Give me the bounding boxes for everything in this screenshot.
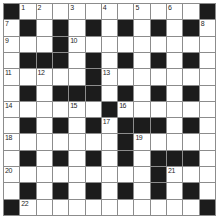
cell-r9c3[interactable]: [37, 134, 52, 149]
cell-r13c10[interactable]: [151, 200, 166, 215]
cell-r11c9[interactable]: [134, 167, 149, 182]
cell-r5c4[interactable]: [53, 69, 68, 84]
block-cell-r6c5: [69, 86, 84, 101]
cell-r13c9[interactable]: [134, 200, 149, 215]
cell-r12c7[interactable]: [102, 183, 117, 198]
cell-r11c5[interactable]: [69, 167, 84, 182]
cell-r1c9[interactable]: 5: [134, 4, 149, 19]
cell-r13c4[interactable]: [53, 200, 68, 215]
cell-r12c5[interactable]: [69, 183, 84, 198]
cell-r9c10[interactable]: [151, 134, 166, 149]
cell-r10c3[interactable]: [37, 151, 52, 166]
cell-r2c9[interactable]: [134, 20, 149, 35]
cell-r5c11[interactable]: [167, 69, 182, 84]
cell-r1c4[interactable]: [53, 4, 68, 19]
block-cell-r1c13: [200, 4, 215, 19]
cell-r1c5[interactable]: 3: [69, 4, 84, 19]
cell-r4c13[interactable]: [200, 53, 215, 68]
cell-r7c11[interactable]: [167, 102, 182, 117]
block-cell-r2c8: [118, 20, 133, 35]
block-cell-r10c4: [53, 151, 68, 166]
cell-r7c3[interactable]: [37, 102, 52, 117]
cell-r1c12[interactable]: [183, 4, 198, 19]
cell-r13c12[interactable]: [183, 200, 198, 215]
cell-r3c3[interactable]: [37, 37, 52, 52]
block-cell-r10c10: [151, 151, 166, 166]
block-cell-r8c4: [53, 118, 68, 133]
cell-r8c5[interactable]: [69, 118, 84, 133]
cell-r7c10[interactable]: [151, 102, 166, 117]
block-cell-r6c10: [151, 86, 166, 101]
cell-r3c11[interactable]: [167, 37, 182, 52]
block-cell-r12c10: [151, 183, 166, 198]
cell-r5c12[interactable]: [183, 69, 198, 84]
cell-r3c1[interactable]: 9: [4, 37, 19, 52]
block-cell-r4c8: [118, 53, 133, 68]
cell-r11c4[interactable]: [53, 167, 68, 182]
block-cell-r13c13: [200, 200, 215, 215]
cell-r7c5[interactable]: 15: [69, 102, 84, 117]
block-cell-r4c4: [53, 53, 68, 68]
cell-r13c8[interactable]: [118, 200, 133, 215]
clue-number-7: 7: [5, 20, 8, 28]
cell-r11c8[interactable]: [118, 167, 133, 182]
cell-r11c12[interactable]: [183, 167, 198, 182]
block-cell-r2c2: [20, 20, 35, 35]
block-cell-r8c6: [86, 118, 101, 133]
block-cell-r7c7: [102, 102, 117, 117]
cell-r3c12[interactable]: [183, 37, 198, 52]
block-cell-r4c3: [37, 53, 52, 68]
block-cell-r4c6: [86, 53, 101, 68]
cell-r9c13[interactable]: [200, 134, 215, 149]
cell-r9c2[interactable]: [20, 134, 35, 149]
block-cell-r12c6: [86, 183, 101, 198]
cell-r1c11[interactable]: 6: [167, 4, 182, 19]
clue-number-6: 6: [168, 4, 171, 12]
clue-number-10: 10: [70, 37, 77, 45]
block-cell-r6c4: [53, 86, 68, 101]
cell-r2c13[interactable]: 8: [200, 20, 215, 35]
block-cell-r2c4: [53, 20, 68, 35]
cell-r12c9[interactable]: [134, 183, 149, 198]
cell-r7c8[interactable]: 16: [118, 102, 133, 117]
cell-r3c8[interactable]: [118, 37, 133, 52]
cell-r5c1[interactable]: 11: [4, 69, 19, 84]
cell-r13c7[interactable]: [102, 200, 117, 215]
cell-r6c11[interactable]: [167, 86, 182, 101]
cell-r11c3[interactable]: [37, 167, 52, 182]
block-cell-r8c12: [183, 118, 198, 133]
cell-r13c3[interactable]: [37, 200, 52, 215]
cell-r8c13[interactable]: [200, 118, 215, 133]
clue-number-14: 14: [5, 102, 12, 110]
cell-r2c11[interactable]: [167, 20, 182, 35]
cell-r7c1[interactable]: 14: [4, 102, 19, 117]
cell-r8c1[interactable]: [4, 118, 19, 133]
cell-r10c9[interactable]: [134, 151, 149, 166]
cell-r6c9[interactable]: [134, 86, 149, 101]
block-cell-r10c2: [20, 151, 35, 166]
cell-r11c2[interactable]: [20, 167, 35, 182]
clue-number-9: 9: [5, 37, 8, 45]
clue-number-3: 3: [70, 4, 73, 12]
cell-r5c8[interactable]: [118, 69, 133, 84]
cell-r12c3[interactable]: [37, 183, 52, 198]
cell-r5c13[interactable]: [200, 69, 215, 84]
clue-number-12: 12: [38, 69, 45, 77]
cell-r2c7[interactable]: [102, 20, 117, 35]
cell-r9c11[interactable]: [167, 134, 182, 149]
cell-r13c5[interactable]: [69, 200, 84, 215]
block-cell-r6c6: [86, 86, 101, 101]
cell-r9c4[interactable]: [53, 134, 68, 149]
cell-r12c13[interactable]: [200, 183, 215, 198]
cell-r7c2[interactable]: [20, 102, 35, 117]
clue-number-4: 4: [103, 4, 106, 12]
cell-r12c1[interactable]: [4, 183, 19, 198]
cell-r2c1[interactable]: 7: [4, 20, 19, 35]
block-cell-r4c10: [151, 53, 166, 68]
cell-r7c9[interactable]: [134, 102, 149, 117]
clue-number-1: 1: [21, 4, 24, 12]
cell-r5c2[interactable]: [20, 69, 35, 84]
cell-r12c11[interactable]: [167, 183, 182, 198]
cell-r5c3[interactable]: 12: [37, 69, 52, 84]
clue-number-11: 11: [5, 69, 11, 77]
block-cell-r2c12: [183, 20, 198, 35]
cell-r4c1[interactable]: [4, 53, 19, 68]
block-cell-r12c2: [20, 183, 35, 198]
block-cell-r12c8: [118, 183, 133, 198]
cell-r9c7[interactable]: [102, 134, 117, 149]
cell-r4c11[interactable]: [167, 53, 182, 68]
block-cell-r10c12: [183, 151, 198, 166]
cell-r5c9[interactable]: [134, 69, 149, 84]
clue-number-2: 2: [38, 4, 41, 12]
cell-r3c6[interactable]: [86, 37, 101, 52]
cell-r11c6[interactable]: [86, 167, 101, 182]
block-cell-r9c8: [118, 134, 133, 149]
cell-r1c10[interactable]: [151, 4, 166, 19]
block-cell-r4c2: [20, 53, 35, 68]
cell-r11c1[interactable]: 20: [4, 167, 19, 182]
cell-r5c7[interactable]: 13: [102, 69, 117, 84]
block-cell-r2c10: [151, 20, 166, 35]
cell-r1c8[interactable]: [118, 4, 133, 19]
block-cell-r8c10: [151, 118, 166, 133]
clue-number-18: 18: [5, 134, 12, 142]
clue-number-8: 8: [201, 20, 204, 28]
cell-r10c7[interactable]: [102, 151, 117, 166]
block-cell-r8c9: [134, 118, 149, 133]
cell-r8c3[interactable]: [37, 118, 52, 133]
cell-r1c7[interactable]: 4: [102, 4, 117, 19]
cell-r3c7[interactable]: [102, 37, 117, 52]
cell-r2c3[interactable]: [37, 20, 52, 35]
cell-r4c5[interactable]: [69, 53, 84, 68]
block-cell-r8c2: [20, 118, 35, 133]
block-cell-r12c4: [53, 183, 68, 198]
clue-number-22: 22: [21, 200, 28, 208]
cell-r6c3[interactable]: [37, 86, 52, 101]
cell-r3c5[interactable]: 10: [69, 37, 84, 52]
block-cell-r2c6: [86, 20, 101, 35]
cell-r3c10[interactable]: [151, 37, 166, 52]
cell-r1c3[interactable]: 2: [37, 4, 52, 19]
cell-r9c12[interactable]: [183, 134, 198, 149]
block-cell-r1c1: [4, 4, 19, 19]
block-cell-r10c8: [118, 151, 133, 166]
cell-r9c5[interactable]: [69, 134, 84, 149]
cell-r6c7[interactable]: [102, 86, 117, 101]
cell-r1c2[interactable]: 1: [20, 4, 35, 19]
crossword-grid: 12345678910111213141516171819202122: [3, 3, 216, 216]
clue-number-17: 17: [103, 118, 110, 126]
block-cell-r3c4: [53, 37, 68, 52]
block-cell-r5c6: [86, 69, 101, 84]
cell-r7c12[interactable]: [183, 102, 198, 117]
cell-r7c6[interactable]: [86, 102, 101, 117]
cell-r7c13[interactable]: [200, 102, 215, 117]
cell-r1c6[interactable]: [86, 4, 101, 19]
block-cell-r12c12: [183, 183, 198, 198]
clue-number-21: 21: [168, 167, 175, 175]
block-cell-r4c12: [183, 53, 198, 68]
cell-r13c6[interactable]: [86, 200, 101, 215]
cell-r11c13[interactable]: [200, 167, 215, 182]
cell-r4c9[interactable]: [134, 53, 149, 68]
cell-r11c11[interactable]: 21: [167, 167, 182, 182]
cell-r10c5[interactable]: [69, 151, 84, 166]
clue-number-5: 5: [135, 4, 138, 12]
block-cell-r6c8: [118, 86, 133, 101]
cell-r7c4[interactable]: [53, 102, 68, 117]
cell-r11c7[interactable]: [102, 167, 117, 182]
cell-r5c5[interactable]: [69, 69, 84, 84]
clue-number-13: 13: [103, 69, 110, 77]
clue-number-16: 16: [119, 102, 126, 110]
cell-r9c9[interactable]: 19: [134, 134, 149, 149]
cell-r9c6[interactable]: [86, 134, 101, 149]
cell-r8c11[interactable]: [167, 118, 182, 133]
cell-r4c7[interactable]: [102, 53, 117, 68]
cell-r13c11[interactable]: [167, 200, 182, 215]
cell-r6c13[interactable]: [200, 86, 215, 101]
cell-r3c9[interactable]: [134, 37, 149, 52]
cell-r5c10[interactable]: [151, 69, 166, 84]
clue-number-19: 19: [135, 134, 142, 142]
cell-r3c13[interactable]: [200, 37, 215, 52]
cell-r10c1[interactable]: [4, 151, 19, 166]
cell-r8c7[interactable]: 17: [102, 118, 117, 133]
clue-number-15: 15: [70, 102, 77, 110]
block-cell-r13c1: [4, 200, 19, 215]
cell-r2c5[interactable]: [69, 20, 84, 35]
block-cell-r6c2: [20, 86, 35, 101]
block-cell-r10c11: [167, 151, 182, 166]
block-cell-r8c8: [118, 118, 133, 133]
block-cell-r6c12: [183, 86, 198, 101]
cell-r3c2[interactable]: [20, 37, 35, 52]
cell-r6c1[interactable]: [4, 86, 19, 101]
cell-r13c2[interactable]: 22: [20, 200, 35, 215]
block-cell-r11c10: [151, 167, 166, 182]
clue-number-20: 20: [5, 167, 12, 175]
block-cell-r10c6: [86, 151, 101, 166]
cell-r9c1[interactable]: 18: [4, 134, 19, 149]
cell-r10c13[interactable]: [200, 151, 215, 166]
